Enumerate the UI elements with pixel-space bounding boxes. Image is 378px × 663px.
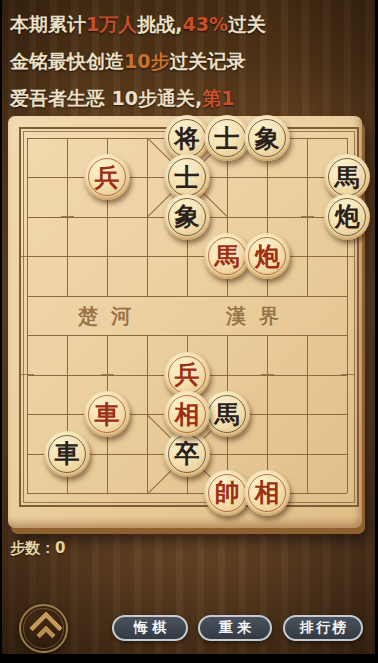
point-marker bbox=[301, 210, 314, 223]
step-counter-label: 步数： bbox=[10, 539, 55, 557]
piece-glyph: 相 bbox=[175, 402, 200, 427]
header-accent-text: 第1 bbox=[202, 87, 234, 109]
piece-glyph: 士 bbox=[175, 165, 200, 190]
undo-button[interactable]: 悔棋 bbox=[112, 615, 188, 641]
header-line-2: 金铭最快创造10步过关记录 bbox=[10, 43, 370, 80]
point-marker bbox=[261, 368, 274, 381]
river-label-right: 漢界 bbox=[226, 303, 292, 330]
piece-red-elephant[interactable]: 相 bbox=[164, 391, 210, 437]
piece-glyph: 炮 bbox=[255, 244, 280, 269]
piece-glyph: 炮 bbox=[335, 204, 360, 229]
grid-line bbox=[27, 296, 347, 297]
step-counter-value: 0 bbox=[55, 539, 65, 557]
piece-glyph: 兵 bbox=[175, 362, 200, 387]
header-line-1: 本期累计1万人挑战,43%过关 bbox=[10, 6, 370, 43]
header-accent-text: 10步 bbox=[124, 50, 169, 72]
grid-line bbox=[27, 493, 347, 494]
piece-glyph: 馬 bbox=[215, 244, 240, 269]
point-marker bbox=[301, 408, 314, 421]
step-counter: 步数：0 bbox=[10, 539, 65, 558]
piece-glyph: 士 bbox=[215, 126, 240, 151]
piece-glyph: 車 bbox=[55, 441, 80, 466]
point-marker bbox=[61, 210, 74, 223]
header-text: 金铭最快创造 bbox=[10, 50, 124, 72]
piece-black-cannon[interactable]: 炮 bbox=[324, 194, 370, 240]
collapse-panel-button[interactable] bbox=[19, 604, 68, 653]
piece-black-elephant[interactable]: 象 bbox=[164, 194, 210, 240]
challenge-header: 本期累计1万人挑战,43%过关 金铭最快创造10步过关记录 爱吾者生恶 10步通… bbox=[10, 6, 370, 117]
header-text: 爱吾者生恶 10步通关, bbox=[10, 87, 202, 109]
piece-glyph: 馬 bbox=[215, 402, 240, 427]
piece-glyph: 相 bbox=[255, 480, 280, 505]
point-marker bbox=[341, 368, 354, 381]
piece-glyph: 帥 bbox=[215, 480, 240, 505]
piece-glyph: 兵 bbox=[95, 165, 120, 190]
header-text: 过关记录 bbox=[169, 50, 245, 72]
header-line-3: 爱吾者生恶 10步通关,第1 bbox=[10, 80, 370, 117]
point-marker bbox=[21, 368, 34, 381]
piece-black-elephant[interactable]: 象 bbox=[244, 115, 290, 161]
piece-glyph: 象 bbox=[175, 204, 200, 229]
restart-button[interactable]: 重来 bbox=[198, 615, 272, 641]
piece-glyph: 車 bbox=[95, 402, 120, 427]
header-text: 过关 bbox=[228, 13, 266, 35]
piece-glyph: 卒 bbox=[175, 441, 200, 466]
header-accent-text: 1万人 bbox=[86, 13, 137, 35]
river-label-left: 楚河 bbox=[78, 303, 144, 330]
point-marker bbox=[101, 250, 114, 263]
piece-red-chariot[interactable]: 車 bbox=[84, 391, 130, 437]
point-marker bbox=[181, 250, 194, 263]
piece-glyph: 将 bbox=[175, 126, 200, 151]
point-marker bbox=[341, 250, 354, 263]
xiangqi-board[interactable]: 楚河 漢界 将士象士馬象炮馬車卒兵馬炮兵車相帥相 bbox=[8, 116, 362, 528]
piece-black-soldier[interactable]: 卒 bbox=[164, 431, 210, 477]
point-marker bbox=[21, 250, 34, 263]
point-marker bbox=[61, 408, 74, 421]
header-accent-text: 43% bbox=[182, 13, 227, 35]
piece-red-cannon[interactable]: 炮 bbox=[244, 233, 290, 279]
piece-black-horse[interactable]: 馬 bbox=[204, 391, 250, 437]
point-marker bbox=[101, 368, 114, 381]
grid-line bbox=[27, 138, 28, 493]
piece-red-elephant[interactable]: 相 bbox=[244, 470, 290, 516]
header-text: 本期累计 bbox=[10, 13, 86, 35]
piece-glyph: 馬 bbox=[335, 165, 360, 190]
piece-glyph: 象 bbox=[255, 126, 280, 151]
piece-black-chariot[interactable]: 車 bbox=[44, 431, 90, 477]
header-text: 挑战, bbox=[137, 13, 182, 35]
leaderboard-button[interactable]: 排行榜 bbox=[283, 615, 363, 641]
